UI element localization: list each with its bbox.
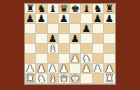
square-b1[interactable]: ♞: [36, 74, 47, 84]
square-f2[interactable]: ♟: [81, 64, 92, 74]
square-h1[interactable]: ♜: [104, 74, 115, 84]
piece-white-pawn[interactable]: ♟: [82, 64, 91, 73]
square-h8[interactable]: ♜: [104, 4, 115, 14]
square-a2[interactable]: ♟: [25, 64, 36, 74]
square-e5[interactable]: ♟: [70, 34, 81, 44]
square-b7[interactable]: ♟: [36, 14, 47, 24]
square-a5[interactable]: [25, 34, 36, 44]
piece-white-bishop[interactable]: ♝: [48, 74, 57, 83]
square-b5[interactable]: [36, 34, 47, 44]
square-h4[interactable]: [104, 44, 115, 54]
piece-black-pawn[interactable]: ♟: [26, 14, 35, 23]
piece-black-pawn[interactable]: ♟: [82, 24, 91, 33]
square-e2[interactable]: [70, 64, 81, 74]
square-b8[interactable]: ♞: [36, 4, 47, 14]
square-e7[interactable]: [70, 14, 81, 24]
piece-white-pawn[interactable]: ♟: [93, 64, 102, 73]
square-g2[interactable]: ♟: [93, 64, 104, 74]
square-f1[interactable]: [81, 74, 92, 84]
square-c7[interactable]: [48, 14, 59, 24]
piece-black-pawn[interactable]: ♟: [48, 34, 57, 43]
square-d7[interactable]: ♟: [59, 14, 70, 24]
square-h5[interactable]: [104, 34, 115, 44]
piece-black-rook[interactable]: ♜: [26, 4, 35, 13]
square-c2[interactable]: ♟: [48, 64, 59, 74]
square-f8[interactable]: ♝: [81, 4, 92, 14]
square-h3[interactable]: [104, 54, 115, 64]
piece-white-queen[interactable]: ♛: [59, 74, 68, 83]
square-a6[interactable]: [25, 24, 36, 34]
square-b4[interactable]: [36, 44, 47, 54]
square-e6[interactable]: [70, 24, 81, 34]
square-e8[interactable]: ♚: [70, 4, 81, 14]
piece-black-pawn[interactable]: ♟: [37, 14, 46, 23]
square-a1[interactable]: ♜: [25, 74, 36, 84]
piece-black-queen[interactable]: ♛: [59, 4, 68, 13]
piece-black-bishop[interactable]: ♝: [48, 4, 57, 13]
piece-black-pawn[interactable]: ♟: [105, 14, 114, 23]
square-f5[interactable]: [81, 34, 92, 44]
square-g3[interactable]: [93, 54, 104, 64]
piece-black-pawn[interactable]: ♟: [59, 14, 68, 23]
square-f4[interactable]: [81, 44, 92, 54]
square-a8[interactable]: ♜: [25, 4, 36, 14]
piece-white-bishop[interactable]: ♝: [48, 44, 57, 53]
square-d3[interactable]: [59, 54, 70, 64]
square-c1[interactable]: ♝: [48, 74, 59, 84]
piece-black-knight[interactable]: ♞: [93, 4, 102, 13]
square-c4[interactable]: ♝: [48, 44, 59, 54]
piece-white-rook[interactable]: ♜: [105, 74, 114, 83]
piece-black-knight[interactable]: ♞: [37, 4, 46, 13]
piece-white-pawn[interactable]: ♟: [71, 54, 80, 63]
square-h7[interactable]: ♟: [104, 14, 115, 24]
square-c5[interactable]: ♟: [48, 34, 59, 44]
square-e3[interactable]: ♟: [70, 54, 81, 64]
chess-board: ♜♞♝♛♚♝♞♜♟♟♟♟♟♟♟♟♝♟♞♟♟♟♟♟♟♟♜♞♝♛♚♜: [24, 3, 116, 85]
square-a3[interactable]: [25, 54, 36, 64]
square-g4[interactable]: [93, 44, 104, 54]
piece-black-pawn[interactable]: ♟: [93, 14, 102, 23]
square-d6[interactable]: [59, 24, 70, 34]
square-c6[interactable]: [48, 24, 59, 34]
square-g6[interactable]: [93, 24, 104, 34]
square-c8[interactable]: ♝: [48, 4, 59, 14]
square-f7[interactable]: [81, 14, 92, 24]
square-d1[interactable]: ♛: [59, 74, 70, 84]
square-b2[interactable]: ♟: [36, 64, 47, 74]
piece-white-knight[interactable]: ♞: [82, 54, 91, 63]
square-h2[interactable]: ♟: [104, 64, 115, 74]
square-d2[interactable]: ♟: [59, 64, 70, 74]
square-b3[interactable]: [36, 54, 47, 64]
piece-white-pawn[interactable]: ♟: [37, 64, 46, 73]
piece-black-pawn[interactable]: ♟: [71, 34, 80, 43]
square-d8[interactable]: ♛: [59, 4, 70, 14]
square-f6[interactable]: ♟: [81, 24, 92, 34]
square-g8[interactable]: ♞: [93, 4, 104, 14]
square-a7[interactable]: ♟: [25, 14, 36, 24]
square-g7[interactable]: ♟: [93, 14, 104, 24]
square-e1[interactable]: ♚: [70, 74, 81, 84]
square-h6[interactable]: [104, 24, 115, 34]
piece-white-rook[interactable]: ♜: [26, 74, 35, 83]
square-f3[interactable]: ♞: [81, 54, 92, 64]
piece-white-king[interactable]: ♚: [71, 74, 80, 83]
piece-white-pawn[interactable]: ♟: [26, 64, 35, 73]
square-a4[interactable]: [25, 44, 36, 54]
piece-white-pawn[interactable]: ♟: [59, 64, 68, 73]
square-g5[interactable]: [93, 34, 104, 44]
piece-black-rook[interactable]: ♜: [105, 4, 114, 13]
piece-black-bishop[interactable]: ♝: [82, 4, 91, 13]
piece-black-king[interactable]: ♚: [71, 4, 80, 13]
square-d5[interactable]: [59, 34, 70, 44]
square-b6[interactable]: [36, 24, 47, 34]
piece-white-pawn[interactable]: ♟: [105, 64, 114, 73]
square-e4[interactable]: [70, 44, 81, 54]
square-g1[interactable]: [93, 74, 104, 84]
piece-white-pawn[interactable]: ♟: [48, 64, 57, 73]
square-d4[interactable]: [59, 44, 70, 54]
square-c3[interactable]: [48, 54, 59, 64]
piece-white-knight[interactable]: ♞: [37, 74, 46, 83]
